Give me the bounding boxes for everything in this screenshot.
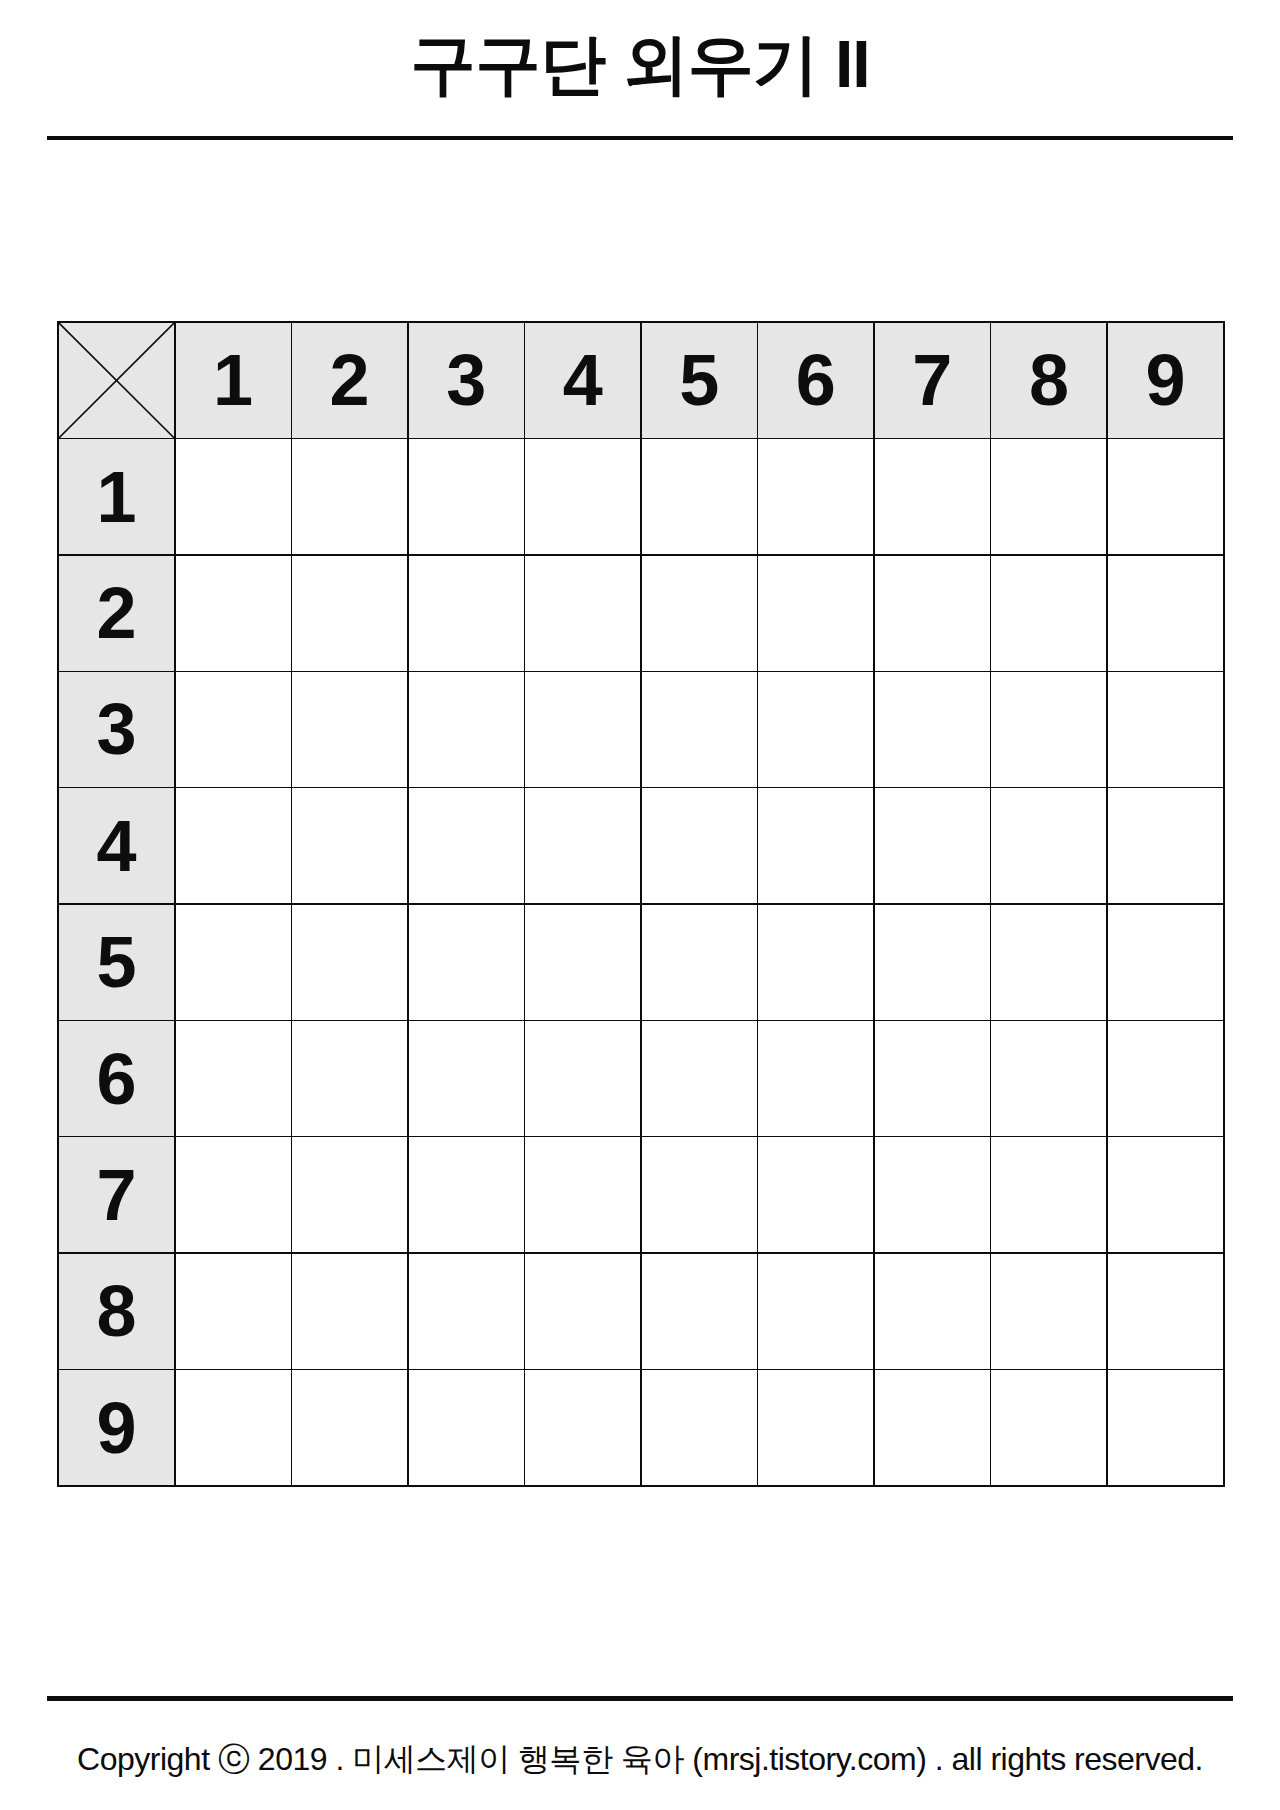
answer-cell-9x1[interactable]: [176, 1370, 291, 1485]
answer-cell-7x4[interactable]: [525, 1137, 640, 1252]
answer-cell-7x6[interactable]: [758, 1137, 873, 1252]
answer-cell-1x8[interactable]: [991, 439, 1106, 554]
answer-cell-5x2[interactable]: [292, 905, 407, 1020]
copyright-text: Copyright ⓒ 2019 . 미세스제이 행복한 육아 (mrsj.ti…: [0, 1738, 1280, 1782]
row-header-6: 6: [59, 1021, 174, 1136]
answer-cell-4x5[interactable]: [642, 788, 757, 903]
answer-cell-7x3[interactable]: [409, 1137, 524, 1252]
answer-cell-8x5[interactable]: [642, 1254, 757, 1369]
answer-cell-4x3[interactable]: [409, 788, 524, 903]
answer-cell-8x8[interactable]: [991, 1254, 1106, 1369]
answer-cell-7x7[interactable]: [875, 1137, 990, 1252]
answer-cell-6x7[interactable]: [875, 1021, 990, 1136]
row-header-5: 5: [59, 905, 174, 1020]
diagonal-cross-icon: [59, 323, 174, 438]
answer-cell-7x9[interactable]: [1108, 1137, 1223, 1252]
answer-cell-5x7[interactable]: [875, 905, 990, 1020]
answer-cell-2x1[interactable]: [176, 556, 291, 671]
answer-cell-2x4[interactable]: [525, 556, 640, 671]
answer-cell-8x6[interactable]: [758, 1254, 873, 1369]
corner-cell: [59, 323, 174, 438]
answer-cell-4x6[interactable]: [758, 788, 873, 903]
row-header-3: 3: [59, 672, 174, 787]
answer-cell-6x9[interactable]: [1108, 1021, 1223, 1136]
answer-cell-4x1[interactable]: [176, 788, 291, 903]
answer-cell-6x6[interactable]: [758, 1021, 873, 1136]
answer-cell-7x1[interactable]: [176, 1137, 291, 1252]
answer-cell-4x9[interactable]: [1108, 788, 1223, 903]
answer-cell-1x3[interactable]: [409, 439, 524, 554]
answer-cell-8x1[interactable]: [176, 1254, 291, 1369]
answer-cell-5x1[interactable]: [176, 905, 291, 1020]
answer-cell-9x5[interactable]: [642, 1370, 757, 1485]
col-header-7: 7: [875, 323, 990, 438]
answer-cell-3x6[interactable]: [758, 672, 873, 787]
answer-cell-3x7[interactable]: [875, 672, 990, 787]
col-header-4: 4: [525, 323, 640, 438]
answer-cell-2x5[interactable]: [642, 556, 757, 671]
answer-cell-2x8[interactable]: [991, 556, 1106, 671]
answer-cell-2x3[interactable]: [409, 556, 524, 671]
answer-cell-9x8[interactable]: [991, 1370, 1106, 1485]
answer-cell-1x1[interactable]: [176, 439, 291, 554]
answer-cell-6x2[interactable]: [292, 1021, 407, 1136]
row-header-7: 7: [59, 1137, 174, 1252]
title-divider-line: [47, 136, 1233, 140]
answer-cell-3x1[interactable]: [176, 672, 291, 787]
row-header-8: 8: [59, 1254, 174, 1369]
col-header-5: 5: [642, 323, 757, 438]
answer-cell-4x2[interactable]: [292, 788, 407, 903]
row-header-9: 9: [59, 1370, 174, 1485]
page-title: 구구단 외우기 II: [0, 20, 1280, 110]
answer-cell-7x2[interactable]: [292, 1137, 407, 1252]
answer-cell-7x5[interactable]: [642, 1137, 757, 1252]
answer-cell-3x8[interactable]: [991, 672, 1106, 787]
answer-cell-7x8[interactable]: [991, 1137, 1106, 1252]
answer-cell-9x6[interactable]: [758, 1370, 873, 1485]
answer-cell-5x8[interactable]: [991, 905, 1106, 1020]
answer-cell-8x3[interactable]: [409, 1254, 524, 1369]
answer-cell-1x4[interactable]: [525, 439, 640, 554]
answer-cell-1x9[interactable]: [1108, 439, 1223, 554]
answer-cell-1x2[interactable]: [292, 439, 407, 554]
answer-cell-9x7[interactable]: [875, 1370, 990, 1485]
row-header-4: 4: [59, 788, 174, 903]
answer-cell-4x7[interactable]: [875, 788, 990, 903]
answer-cell-9x2[interactable]: [292, 1370, 407, 1485]
answer-cell-8x9[interactable]: [1108, 1254, 1223, 1369]
answer-cell-1x6[interactable]: [758, 439, 873, 554]
answer-cell-4x8[interactable]: [991, 788, 1106, 903]
answer-cell-2x7[interactable]: [875, 556, 990, 671]
multiplication-grid: 123456789123456789: [57, 321, 1225, 1487]
col-header-3: 3: [409, 323, 524, 438]
answer-cell-9x3[interactable]: [409, 1370, 524, 1485]
footer-divider-line: [47, 1696, 1233, 1701]
answer-cell-5x6[interactable]: [758, 905, 873, 1020]
answer-cell-9x4[interactable]: [525, 1370, 640, 1485]
row-header-2: 2: [59, 556, 174, 671]
answer-cell-3x4[interactable]: [525, 672, 640, 787]
answer-cell-5x5[interactable]: [642, 905, 757, 1020]
answer-cell-8x7[interactable]: [875, 1254, 990, 1369]
answer-cell-1x7[interactable]: [875, 439, 990, 554]
answer-cell-3x9[interactable]: [1108, 672, 1223, 787]
answer-cell-1x5[interactable]: [642, 439, 757, 554]
answer-cell-5x4[interactable]: [525, 905, 640, 1020]
col-header-2: 2: [292, 323, 407, 438]
answer-cell-6x3[interactable]: [409, 1021, 524, 1136]
answer-cell-3x5[interactable]: [642, 672, 757, 787]
row-header-1: 1: [59, 439, 174, 554]
col-header-1: 1: [176, 323, 291, 438]
answer-cell-5x3[interactable]: [409, 905, 524, 1020]
answer-cell-2x2[interactable]: [292, 556, 407, 671]
answer-cell-6x1[interactable]: [176, 1021, 291, 1136]
answer-cell-3x2[interactable]: [292, 672, 407, 787]
answer-cell-6x5[interactable]: [642, 1021, 757, 1136]
col-header-9: 9: [1108, 323, 1223, 438]
answer-cell-5x9[interactable]: [1108, 905, 1223, 1020]
answer-cell-4x4[interactable]: [525, 788, 640, 903]
answer-cell-3x3[interactable]: [409, 672, 524, 787]
answer-cell-6x4[interactable]: [525, 1021, 640, 1136]
answer-cell-8x4[interactable]: [525, 1254, 640, 1369]
answer-cell-9x9[interactable]: [1108, 1370, 1223, 1485]
answer-cell-2x6[interactable]: [758, 556, 873, 671]
answer-cell-6x8[interactable]: [991, 1021, 1106, 1136]
col-header-6: 6: [758, 323, 873, 438]
col-header-8: 8: [991, 323, 1106, 438]
answer-cell-8x2[interactable]: [292, 1254, 407, 1369]
answer-cell-2x9[interactable]: [1108, 556, 1223, 671]
